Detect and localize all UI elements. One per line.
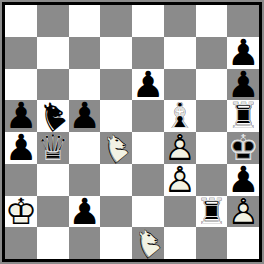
square-c5[interactable]: ♟ [69,100,101,132]
square-c8[interactable] [69,5,101,37]
square-h5[interactable]: ♜♖ [227,100,259,132]
black-pawn-glyph: ♟ [69,196,101,228]
square-a8[interactable] [5,5,37,37]
piece-black-queen[interactable]: ♛♕ [37,132,69,164]
square-e5[interactable] [132,100,164,132]
square-a7[interactable] [5,37,37,69]
piece-black-pawn[interactable]: ♟ [227,37,259,69]
square-g2[interactable]: ♜♖ [196,196,228,228]
square-c7[interactable] [69,37,101,69]
square-b3[interactable] [37,164,69,196]
board-frame: ♟♟♟♟♞♟♝♗♜♖♟♛♕♞♘♟♙♚♔♟♙♟♚♔♟♜♖♟♙♞♘ [2,2,262,262]
square-g7[interactable] [196,37,228,69]
square-d4[interactable]: ♞♘ [100,132,132,164]
piece-black-bishop[interactable]: ♝♗ [164,100,196,132]
black-queen-detail-lines: ♕ [37,132,69,164]
square-h3[interactable]: ♟ [227,164,259,196]
black-pawn-glyph: ♟ [5,132,37,164]
black-pawn-glyph: ♟ [132,69,164,101]
piece-black-pawn[interactable]: ♟ [227,69,259,101]
white-king-glyph: ♚ [5,196,37,228]
black-rook-glyph: ♜ [196,196,228,228]
black-pawn-glyph: ♟ [69,100,101,132]
square-g3[interactable] [196,164,228,196]
square-b5[interactable]: ♞ [37,100,69,132]
square-e8[interactable] [132,5,164,37]
square-f8[interactable] [164,5,196,37]
square-b1[interactable] [37,227,69,259]
square-h7[interactable]: ♟ [227,37,259,69]
square-g4[interactable] [196,132,228,164]
piece-black-pawn[interactable]: ♟ [227,164,259,196]
square-b4[interactable]: ♛♕ [37,132,69,164]
square-e3[interactable] [132,164,164,196]
black-pawn-glyph: ♟ [227,69,259,101]
square-h4[interactable]: ♚♔ [227,132,259,164]
square-e4[interactable] [132,132,164,164]
white-king-detail-lines: ♔ [5,196,37,228]
piece-white-king[interactable]: ♚♔ [5,196,37,228]
square-b2[interactable] [37,196,69,228]
square-b8[interactable] [37,5,69,37]
piece-black-rook[interactable]: ♜♖ [227,100,259,132]
square-h1[interactable] [227,227,259,259]
piece-black-pawn[interactable]: ♟ [5,132,37,164]
square-d8[interactable] [100,5,132,37]
white-pawn-detail-lines: ♙ [227,196,259,228]
square-d2[interactable] [100,196,132,228]
square-g8[interactable] [196,5,228,37]
square-e6[interactable]: ♟ [132,69,164,101]
square-c6[interactable] [69,69,101,101]
piece-black-pawn[interactable]: ♟ [132,69,164,101]
square-c1[interactable] [69,227,101,259]
square-h6[interactable]: ♟ [227,69,259,101]
square-d7[interactable] [100,37,132,69]
square-b7[interactable] [37,37,69,69]
square-f2[interactable] [164,196,196,228]
square-h2[interactable]: ♟♙ [227,196,259,228]
square-a6[interactable] [5,69,37,101]
square-a4[interactable]: ♟ [5,132,37,164]
white-pawn-detail-lines: ♙ [164,132,196,164]
black-rook-detail-lines: ♖ [227,100,259,132]
square-c3[interactable] [69,164,101,196]
piece-black-pawn[interactable]: ♟ [69,100,101,132]
white-pawn-glyph: ♟ [164,132,196,164]
square-e1[interactable]: ♞♘ [132,227,164,259]
square-f5[interactable]: ♝♗ [164,100,196,132]
piece-white-pawn[interactable]: ♟♙ [164,132,196,164]
square-f4[interactable]: ♟♙ [164,132,196,164]
black-pawn-glyph: ♟ [227,37,259,69]
square-e7[interactable] [132,37,164,69]
white-pawn-detail-lines: ♙ [164,164,196,196]
square-g6[interactable] [196,69,228,101]
square-d3[interactable] [100,164,132,196]
white-pawn-glyph: ♟ [164,164,196,196]
chess-diagram: ♟♟♟♟♞♟♝♗♜♖♟♛♕♞♘♟♙♚♔♟♙♟♚♔♟♜♖♟♙♞♘ [0,0,264,264]
black-king-glyph: ♚ [227,132,259,164]
black-bishop-glyph: ♝ [164,100,196,132]
square-a2[interactable]: ♚♔ [5,196,37,228]
square-f7[interactable] [164,37,196,69]
black-rook-glyph: ♜ [227,100,259,132]
chess-board: ♟♟♟♟♞♟♝♗♜♖♟♛♕♞♘♟♙♚♔♟♙♟♚♔♟♜♖♟♙♞♘ [5,5,259,259]
piece-white-pawn[interactable]: ♟♙ [227,196,259,228]
piece-black-pawn[interactable]: ♟ [69,196,101,228]
black-king-detail-lines: ♔ [227,132,259,164]
square-f6[interactable] [164,69,196,101]
black-queen-glyph: ♛ [37,132,69,164]
square-a1[interactable] [5,227,37,259]
square-f3[interactable]: ♟♙ [164,164,196,196]
square-c2[interactable]: ♟ [69,196,101,228]
black-pawn-glyph: ♟ [227,164,259,196]
square-f1[interactable] [164,227,196,259]
square-g5[interactable] [196,100,228,132]
black-bishop-detail-lines: ♗ [164,100,196,132]
square-a3[interactable] [5,164,37,196]
square-d6[interactable] [100,69,132,101]
square-g1[interactable] [196,227,228,259]
piece-black-king[interactable]: ♚♔ [227,132,259,164]
piece-white-pawn[interactable]: ♟♙ [164,164,196,196]
piece-black-rook[interactable]: ♜♖ [196,196,228,228]
white-pawn-glyph: ♟ [227,196,259,228]
square-h8[interactable] [227,5,259,37]
black-rook-detail-lines: ♖ [196,196,228,228]
